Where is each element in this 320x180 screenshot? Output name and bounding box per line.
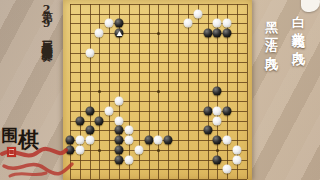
star-point (157, 90, 160, 93)
go-broadcast-frame: 第29届三星杯世界大师赛决赛 围 棋 白 党毅飞 九段 黑 丁浩 九段 (0, 0, 320, 180)
black-player-rank: 九段 (262, 45, 280, 49)
grid-line-h (70, 169, 247, 170)
red-seal-stamp (7, 147, 16, 157)
white-stone (134, 145, 143, 154)
black-stone (115, 29, 124, 38)
black-stone (66, 136, 75, 145)
black-stone (213, 136, 222, 145)
grid-line-v (178, 4, 179, 179)
last-move-marker (116, 31, 122, 36)
white-stone (213, 106, 222, 115)
black-stone (223, 29, 232, 38)
white-stone (233, 155, 242, 164)
white-stone (124, 155, 133, 164)
black-stone (115, 145, 124, 154)
white-stone (115, 116, 124, 125)
black-stone (115, 19, 124, 28)
event-title: 第29届三星杯世界大师赛决赛 (36, 2, 56, 178)
white-stone (105, 19, 114, 28)
black-stone (85, 126, 94, 135)
black-color-label: 黑 (262, 11, 280, 13)
grid-line-v (198, 4, 199, 179)
black-stone (115, 155, 124, 164)
black-stone (95, 116, 104, 125)
black-stone (223, 106, 232, 115)
grid-line-h (70, 101, 247, 102)
black-player-panel: 黑 丁浩 九段 (262, 11, 280, 49)
black-stone (66, 145, 75, 154)
black-stone (85, 106, 94, 115)
black-stone (144, 136, 153, 145)
black-stone (115, 126, 124, 135)
star-point (98, 149, 101, 152)
white-stone (75, 145, 84, 154)
white-stone (124, 126, 133, 135)
white-player-name: 党毅飞 (289, 21, 307, 27)
black-stone (115, 136, 124, 145)
white-stone (85, 136, 94, 145)
white-stone (124, 136, 133, 145)
black-stone (213, 29, 222, 38)
white-stone (95, 29, 104, 38)
grid-line-v (188, 4, 189, 179)
star-point (157, 32, 160, 35)
logo-weiqi-char2: 棋 (18, 126, 39, 154)
star-point (216, 149, 219, 152)
white-stone (223, 19, 232, 28)
white-stone (183, 19, 192, 28)
black-stone (164, 136, 173, 145)
go-board (63, 0, 252, 180)
white-stone (223, 165, 232, 174)
white-stone (105, 106, 114, 115)
white-stone (85, 48, 94, 57)
white-stone (115, 97, 124, 106)
black-stone (213, 87, 222, 96)
star-point (157, 149, 160, 152)
black-stone (203, 106, 212, 115)
black-stone (213, 155, 222, 164)
white-player-rank: 九段 (289, 40, 307, 44)
watermark-partial (301, 0, 320, 12)
black-stone (203, 29, 212, 38)
white-stone (223, 136, 232, 145)
white-stone (75, 136, 84, 145)
white-stone (213, 116, 222, 125)
logo-weiqi-char1: 围 (1, 124, 18, 147)
grid-line-v (168, 4, 169, 179)
grid-line-v (247, 4, 248, 179)
black-stone (75, 116, 84, 125)
black-player-name: 丁浩 (262, 27, 280, 31)
star-point (98, 90, 101, 93)
white-stone (213, 19, 222, 28)
white-stone (233, 145, 242, 154)
white-stone (154, 136, 163, 145)
black-stone (203, 126, 212, 135)
white-player-panel: 白 党毅飞 九段 (289, 6, 307, 44)
grid-line-h (70, 130, 247, 131)
grid-line-h (70, 179, 247, 180)
white-stone (193, 9, 202, 18)
